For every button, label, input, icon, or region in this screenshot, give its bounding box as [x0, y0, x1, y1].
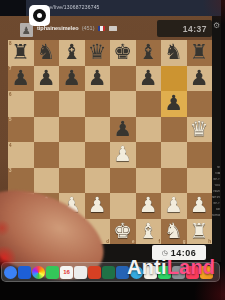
piece-black-pawn[interactable]: ♟ — [190, 68, 209, 89]
piece-black-pawn[interactable]: ♟ — [62, 68, 81, 89]
square-e1[interactable]: e♚ — [110, 219, 136, 245]
square-d4[interactable] — [85, 142, 111, 168]
chat-panel-line: M — [217, 166, 220, 170]
chat-panel-line: Send — [212, 214, 220, 218]
rank-label-4: 4 — [9, 143, 12, 148]
square-d8[interactable]: ♛ — [85, 40, 111, 66]
square-b3[interactable] — [34, 168, 60, 194]
square-e4[interactable]: ♟ — [110, 142, 136, 168]
square-h7[interactable]: ♟ — [187, 66, 213, 92]
piece-black-bishop[interactable]: ♝ — [62, 42, 81, 63]
chat-panel-line: You — [214, 184, 220, 188]
square-b8[interactable]: ♞ — [34, 40, 60, 66]
piece-white-knight[interactable]: ♞ — [164, 221, 183, 242]
piece-black-pawn[interactable]: ♟ — [139, 68, 158, 89]
piece-black-knight[interactable]: ♞ — [37, 42, 56, 63]
chat-panel-line: SKY — [213, 202, 220, 206]
piece-black-queen[interactable]: ♛ — [88, 42, 107, 63]
piece-black-king[interactable]: ♚ — [113, 42, 132, 63]
square-a6[interactable]: 6 — [8, 91, 34, 117]
piece-black-pawn[interactable]: ♟ — [37, 68, 56, 89]
square-f1[interactable]: f♝ — [136, 219, 162, 245]
piece-white-pawn[interactable]: ♟ — [88, 195, 107, 216]
piece-black-rook[interactable]: ♜ — [190, 42, 209, 63]
chat-panel-line: Wan — [213, 190, 220, 194]
phone-photo-of-screen: me/live/130687236745 ♟ tiphainesimeleo (… — [0, 0, 225, 300]
square-e6[interactable] — [110, 91, 136, 117]
badge-icon — [109, 26, 117, 31]
square-h6[interactable] — [187, 91, 213, 117]
monitor-bezel — [221, 0, 225, 300]
dock-icon-6[interactable] — [74, 266, 87, 279]
opponent-clock: 14:37 — [157, 20, 212, 37]
square-d3[interactable] — [85, 168, 111, 194]
square-f7[interactable]: ♟ — [136, 66, 162, 92]
piece-black-knight[interactable]: ♞ — [164, 42, 183, 63]
square-h4[interactable] — [187, 142, 213, 168]
square-e2[interactable] — [110, 193, 136, 219]
square-c7[interactable]: ♟ — [59, 66, 85, 92]
square-h5[interactable]: ♛ — [187, 117, 213, 143]
france-flag-icon — [98, 26, 105, 31]
square-b6[interactable] — [34, 91, 60, 117]
file-label-g: g — [183, 239, 186, 244]
chat-panel-line: SKY — [213, 178, 220, 182]
square-e8[interactable]: ♚ — [110, 40, 136, 66]
square-f2[interactable]: ♟ — [136, 193, 162, 219]
file-label-d: d — [106, 239, 109, 244]
dock-icon-2[interactable] — [18, 266, 31, 279]
piece-black-pawn[interactable]: ♟ — [113, 119, 132, 140]
rank-label-6: 6 — [9, 92, 12, 97]
piece-white-queen[interactable]: ♛ — [190, 119, 209, 140]
camera-lens-icon — [33, 9, 46, 22]
square-c5[interactable] — [59, 117, 85, 143]
square-c3[interactable] — [59, 168, 85, 194]
square-f6[interactable] — [136, 91, 162, 117]
settings-gear-icon[interactable]: ⚙ — [213, 21, 220, 30]
square-f5[interactable] — [136, 117, 162, 143]
window-corner — [0, 0, 26, 16]
chat-panel-line: wb — [216, 208, 220, 212]
square-g3[interactable] — [161, 168, 187, 194]
dock-icon-1[interactable] — [4, 266, 17, 279]
file-label-f: f — [159, 239, 161, 244]
rank-label-5: 5 — [9, 117, 12, 122]
dock-icon-8[interactable] — [102, 266, 115, 279]
piece-white-bishop[interactable]: ♝ — [139, 221, 158, 242]
piece-white-pawn[interactable]: ♟ — [139, 195, 158, 216]
square-h8[interactable]: ♜ — [187, 40, 213, 66]
square-a5[interactable]: 5 — [8, 117, 34, 143]
square-a8[interactable]: 8♜ — [8, 40, 34, 66]
dock-icon-3[interactable] — [32, 266, 45, 279]
square-c6[interactable] — [59, 91, 85, 117]
square-g4[interactable] — [161, 142, 187, 168]
square-d5[interactable] — [85, 117, 111, 143]
square-b5[interactable] — [34, 117, 60, 143]
opponent-name[interactable]: tiphainesimeleo (451) — [37, 25, 117, 31]
piece-white-pawn[interactable]: ♟ — [164, 195, 183, 216]
square-d7[interactable]: ♟ — [85, 66, 111, 92]
antiland-watermark: AntiLand — [127, 256, 215, 279]
chat-panel-line: GA — [215, 172, 220, 176]
square-g7[interactable] — [161, 66, 187, 92]
rank-label-3: 3 — [9, 168, 12, 173]
piece-black-pawn[interactable]: ♟ — [164, 93, 183, 114]
antiland-camera-watermark-icon — [29, 5, 50, 26]
dock-icon-4[interactable] — [46, 266, 59, 279]
square-d6[interactable] — [85, 91, 111, 117]
square-f4[interactable] — [136, 142, 162, 168]
piece-black-pawn[interactable]: ♟ — [11, 68, 30, 89]
file-label-h: h — [208, 239, 211, 244]
square-g2[interactable]: ♟ — [161, 193, 187, 219]
square-e5[interactable]: ♟ — [110, 117, 136, 143]
square-f8[interactable]: ♝ — [136, 40, 162, 66]
square-b7[interactable]: ♟ — [34, 66, 60, 92]
chat-panel-line: NEW — [212, 196, 220, 200]
piece-black-pawn[interactable]: ♟ — [88, 68, 107, 89]
square-a7[interactable]: 7♟ — [8, 66, 34, 92]
square-g8[interactable]: ♞ — [161, 40, 187, 66]
piece-white-king[interactable]: ♚ — [113, 221, 132, 242]
piece-black-rook[interactable]: ♜ — [11, 42, 30, 63]
square-g1[interactable]: g♞ — [161, 219, 187, 245]
square-h3[interactable] — [187, 168, 213, 194]
file-label-e: e — [132, 239, 135, 244]
dock-icon-5[interactable]: 16 — [60, 266, 73, 279]
chat-panel-edge[interactable]: MGASKYYouWanNEWSKYwbSend — [212, 16, 221, 262]
square-d2[interactable]: ♟ — [85, 193, 111, 219]
rank-label-8: 8 — [9, 41, 12, 46]
square-h1[interactable]: h♜ — [187, 219, 213, 245]
square-c8[interactable]: ♝ — [59, 40, 85, 66]
piece-white-pawn[interactable]: ♟ — [190, 195, 209, 216]
square-b4[interactable] — [34, 142, 60, 168]
square-c4[interactable] — [59, 142, 85, 168]
piece-white-pawn[interactable]: ♟ — [113, 144, 132, 165]
square-a4[interactable]: 4 — [8, 142, 34, 168]
square-e3[interactable] — [110, 168, 136, 194]
url-text: me/live/130687236745 — [45, 4, 100, 10]
square-e7[interactable] — [110, 66, 136, 92]
dock-icon-7[interactable] — [88, 266, 101, 279]
piece-black-bishop[interactable]: ♝ — [139, 42, 158, 63]
square-g5[interactable] — [161, 117, 187, 143]
square-g6[interactable]: ♟ — [161, 91, 187, 117]
square-h2[interactable]: ♟ — [187, 193, 213, 219]
square-f3[interactable] — [136, 168, 162, 194]
piece-white-rook[interactable]: ♜ — [190, 221, 209, 242]
rank-label-7: 7 — [9, 66, 12, 71]
